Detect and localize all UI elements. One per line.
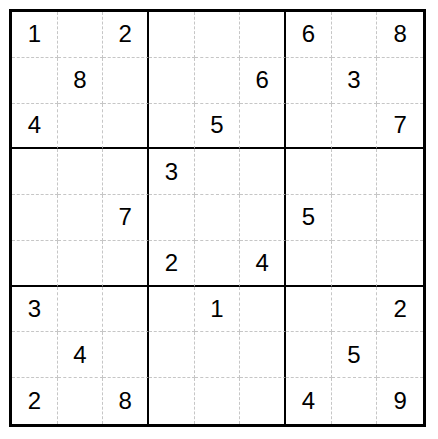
sudoku-board: 126886345737524312452849	[9, 9, 426, 427]
cell-r9c4[interactable]	[149, 378, 195, 424]
cell-r1c1[interactable]: 1	[12, 12, 58, 58]
cell-r5c5[interactable]	[195, 195, 241, 241]
cell-r4c9[interactable]	[377, 149, 423, 195]
cell-r1c6[interactable]	[240, 12, 286, 58]
cell-r5c3[interactable]: 7	[103, 195, 149, 241]
given-digit: 1	[28, 22, 41, 46]
given-digit: 7	[118, 205, 131, 229]
given-digit: 6	[255, 68, 268, 92]
cell-r6c2[interactable]	[58, 241, 104, 287]
cell-r3c5[interactable]: 5	[195, 104, 241, 150]
given-digit: 7	[393, 113, 406, 137]
cell-r2c6[interactable]: 6	[240, 58, 286, 104]
cell-r1c8[interactable]	[332, 12, 378, 58]
cell-r5c2[interactable]	[58, 195, 104, 241]
cell-r8c5[interactable]	[195, 332, 241, 378]
cell-r5c7[interactable]: 5	[286, 195, 332, 241]
cell-r3c9[interactable]: 7	[377, 104, 423, 150]
cell-r9c7[interactable]: 4	[286, 378, 332, 424]
cell-r6c9[interactable]	[377, 241, 423, 287]
cell-r2c9[interactable]	[377, 58, 423, 104]
cell-r4c6[interactable]	[240, 149, 286, 195]
cell-r3c8[interactable]	[332, 104, 378, 150]
cell-r8c4[interactable]	[149, 332, 195, 378]
cell-r3c7[interactable]	[286, 104, 332, 150]
cell-r6c8[interactable]	[332, 241, 378, 287]
given-digit: 2	[28, 389, 41, 413]
given-digit: 8	[118, 389, 131, 413]
cell-r4c5[interactable]	[195, 149, 241, 195]
given-digit: 2	[165, 251, 178, 275]
cell-r5c4[interactable]	[149, 195, 195, 241]
given-digit: 3	[165, 160, 178, 184]
cell-r9c2[interactable]	[58, 378, 104, 424]
cell-r1c9[interactable]: 8	[377, 12, 423, 58]
given-digit: 8	[393, 22, 406, 46]
given-digit: 4	[255, 251, 268, 275]
given-digit: 9	[393, 389, 406, 413]
cell-r8c3[interactable]	[103, 332, 149, 378]
given-digit: 1	[210, 297, 223, 321]
cell-r2c2[interactable]: 8	[58, 58, 104, 104]
given-digit: 4	[73, 343, 86, 367]
cell-r6c6[interactable]: 4	[240, 241, 286, 287]
cell-r9c3[interactable]: 8	[103, 378, 149, 424]
cell-r4c8[interactable]	[332, 149, 378, 195]
cell-r9c9[interactable]: 9	[377, 378, 423, 424]
sudoku-grid: 126886345737524312452849	[12, 12, 423, 424]
cell-r6c3[interactable]	[103, 241, 149, 287]
cell-r4c1[interactable]	[12, 149, 58, 195]
cell-r5c6[interactable]	[240, 195, 286, 241]
cell-r5c9[interactable]	[377, 195, 423, 241]
cell-r8c7[interactable]	[286, 332, 332, 378]
cell-r3c1[interactable]: 4	[12, 104, 58, 150]
cell-r2c7[interactable]	[286, 58, 332, 104]
cell-r7c7[interactable]	[286, 287, 332, 333]
given-digit: 5	[210, 113, 223, 137]
cell-r7c3[interactable]	[103, 287, 149, 333]
cell-r8c9[interactable]	[377, 332, 423, 378]
cell-r2c4[interactable]	[149, 58, 195, 104]
cell-r7c9[interactable]: 2	[377, 287, 423, 333]
given-digit: 2	[118, 22, 131, 46]
cell-r1c7[interactable]: 6	[286, 12, 332, 58]
given-digit: 5	[347, 343, 360, 367]
cell-r3c6[interactable]	[240, 104, 286, 150]
cell-r3c4[interactable]	[149, 104, 195, 150]
cell-r4c4[interactable]: 3	[149, 149, 195, 195]
cell-r4c7[interactable]	[286, 149, 332, 195]
cell-r7c1[interactable]: 3	[12, 287, 58, 333]
cell-r7c4[interactable]	[149, 287, 195, 333]
cell-r8c8[interactable]: 5	[332, 332, 378, 378]
cell-r2c5[interactable]	[195, 58, 241, 104]
cell-r7c2[interactable]	[58, 287, 104, 333]
cell-r7c8[interactable]	[332, 287, 378, 333]
cell-r6c7[interactable]	[286, 241, 332, 287]
cell-r6c4[interactable]: 2	[149, 241, 195, 287]
cell-r8c1[interactable]	[12, 332, 58, 378]
cell-r9c5[interactable]	[195, 378, 241, 424]
cell-r8c6[interactable]	[240, 332, 286, 378]
cell-r3c2[interactable]	[58, 104, 104, 150]
cell-r7c5[interactable]: 1	[195, 287, 241, 333]
cell-r2c8[interactable]: 3	[332, 58, 378, 104]
given-digit: 4	[28, 113, 41, 137]
cell-r2c3[interactable]	[103, 58, 149, 104]
cell-r7c6[interactable]	[240, 287, 286, 333]
cell-r9c6[interactable]	[240, 378, 286, 424]
cell-r1c2[interactable]	[58, 12, 104, 58]
cell-r5c1[interactable]	[12, 195, 58, 241]
given-digit: 3	[28, 297, 41, 321]
sudoku-app: 126886345737524312452849	[0, 0, 438, 439]
cell-r2c1[interactable]	[12, 58, 58, 104]
given-digit: 4	[302, 389, 315, 413]
given-digit: 8	[73, 68, 86, 92]
cell-r9c8[interactable]	[332, 378, 378, 424]
cell-r1c5[interactable]	[195, 12, 241, 58]
cell-r1c3[interactable]: 2	[103, 12, 149, 58]
cell-r4c2[interactable]	[58, 149, 104, 195]
cell-r6c5[interactable]	[195, 241, 241, 287]
given-digit: 3	[347, 68, 360, 92]
given-digit: 6	[302, 22, 315, 46]
cell-r3c3[interactable]	[103, 104, 149, 150]
cell-r8c2[interactable]: 4	[58, 332, 104, 378]
cell-r6c1[interactable]	[12, 241, 58, 287]
cell-r4c3[interactable]	[103, 149, 149, 195]
given-digit: 5	[302, 205, 315, 229]
cell-r1c4[interactable]	[149, 12, 195, 58]
cell-r5c8[interactable]	[332, 195, 378, 241]
given-digit: 2	[393, 297, 406, 321]
cell-r9c1[interactable]: 2	[12, 378, 58, 424]
